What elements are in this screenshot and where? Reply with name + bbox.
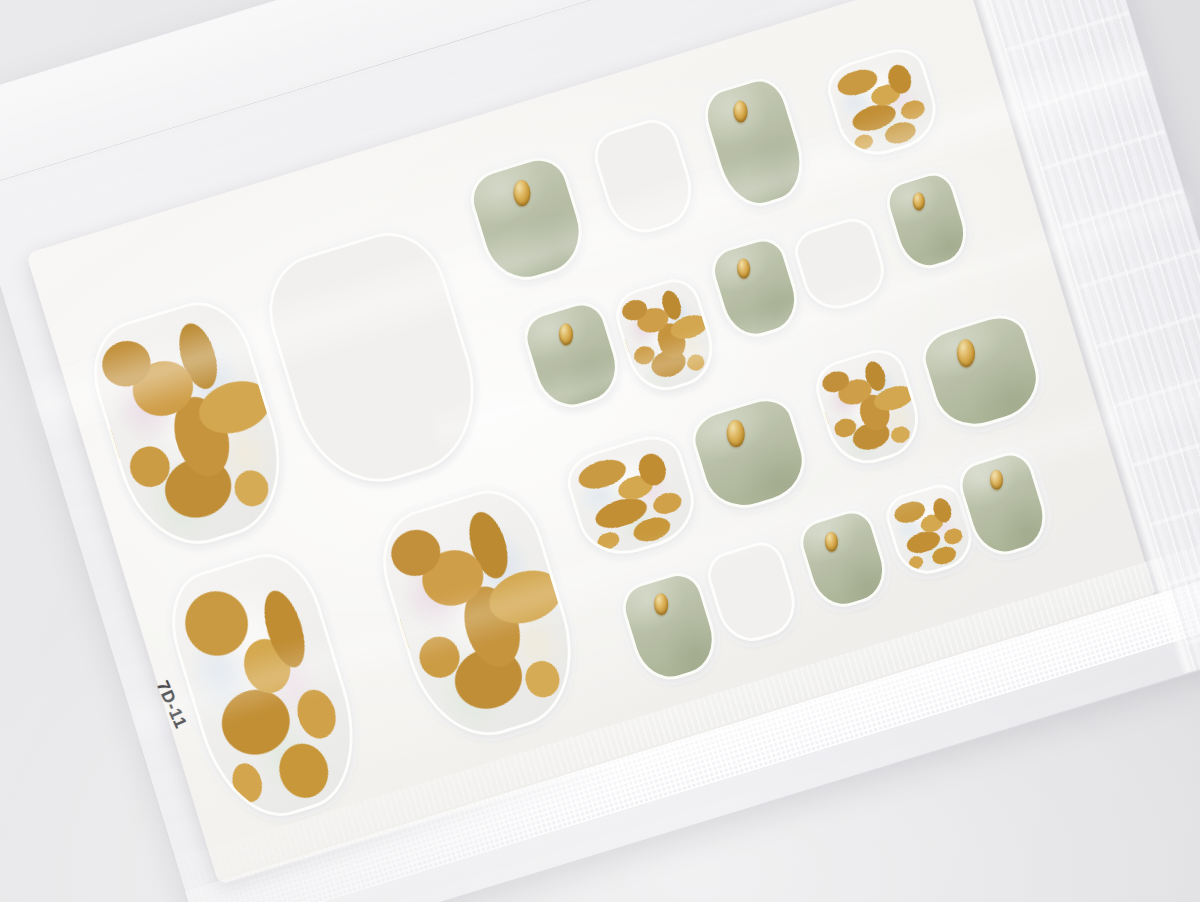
gold-accent-oval [726,419,745,447]
photo-background: 7D-11 [0,0,1200,902]
gold-accent-oval [559,323,574,346]
gold-accent-oval [737,259,751,279]
gold-accent-oval [654,593,669,615]
gold-accent-oval [956,339,975,368]
gold-accent-oval [513,180,531,207]
gold-accent-oval [913,192,926,211]
gold-accent-oval [733,100,748,123]
